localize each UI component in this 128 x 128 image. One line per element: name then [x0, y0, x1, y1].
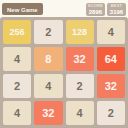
best-label: BEST	[111, 4, 122, 8]
tile-2: 2	[3, 74, 31, 98]
tile-4: 4	[97, 20, 125, 44]
tile-64: 64	[97, 47, 125, 71]
tile-256: 256	[3, 20, 31, 44]
tile-32: 32	[97, 74, 125, 98]
tile-4: 4	[66, 101, 94, 125]
score-value: 2896	[89, 9, 102, 15]
tile-2: 2	[66, 74, 94, 98]
best-box: BEST 3196	[107, 3, 126, 16]
tile-2: 2	[34, 20, 62, 44]
board-grid[interactable]: 256212844832642423243242	[0, 17, 128, 128]
new-game-button[interactable]: New Game	[2, 3, 43, 15]
best-value: 3196	[110, 9, 123, 15]
tile-4: 4	[3, 47, 31, 71]
tile-128: 128	[66, 20, 94, 44]
tile-32: 32	[66, 47, 94, 71]
score-panel: SCORE 2896 BEST 3196	[86, 3, 126, 16]
header-bar: New Game SCORE 2896 BEST 3196	[0, 0, 128, 17]
score-label: SCORE	[88, 4, 103, 8]
tile-8: 8	[34, 47, 62, 71]
tile-4: 4	[34, 74, 62, 98]
tile-2: 2	[97, 101, 125, 125]
app-window: New Game SCORE 2896 BEST 3196 2562128448…	[0, 0, 128, 128]
tile-32: 32	[34, 101, 62, 125]
tile-4: 4	[3, 101, 31, 125]
score-box: SCORE 2896	[86, 3, 105, 16]
